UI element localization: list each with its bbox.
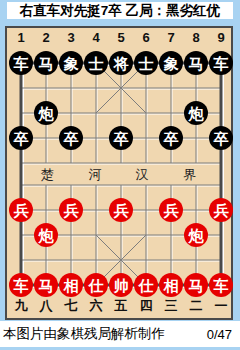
piece-black-horse: 马: [184, 51, 208, 75]
piece-red-cannon: 炮: [34, 223, 58, 247]
page-title: 右直车对先挺7卒 乙局：黑劣红优: [20, 2, 220, 20]
piece-black-advisor: 士: [134, 51, 158, 75]
piece-red-elephant: 相: [159, 273, 183, 297]
piece-black-soldier: 卒: [159, 126, 183, 150]
file-number: 三: [163, 298, 179, 314]
board-panel: 1 2 3 4 5 6 7 8 9 楚 河 汉 界: [5, 26, 233, 320]
footer-bar: 本图片由象棋残局解析制作 0/47: [0, 321, 240, 347]
move-counter: 0/47: [207, 327, 232, 342]
piece-black-chariot: 车: [9, 51, 33, 75]
file-number: 六: [88, 298, 104, 314]
piece-black-elephant: 象: [59, 51, 83, 75]
piece-red-advisor: 仕: [134, 273, 158, 297]
piece-red-soldier: 兵: [9, 198, 33, 222]
piece-red-chariot: 车: [9, 273, 33, 297]
bottom-file-numbers: 九 八 七 六 五 四 三 二 一: [13, 298, 229, 314]
piece-black-soldier: 卒: [109, 126, 133, 150]
file-number: 五: [113, 298, 129, 314]
file-number: 九: [13, 298, 29, 314]
piece-red-horse: 马: [34, 273, 58, 297]
river-label: 楚: [39, 167, 55, 183]
piece-black-chariot: 车: [209, 51, 233, 75]
title-bar: 右直车对先挺7卒 乙局：黑劣红优: [7, 2, 233, 19]
file-number: 七: [63, 298, 79, 314]
piece-black-soldier: 卒: [59, 126, 83, 150]
piece-red-general: 帅: [109, 273, 133, 297]
xiangqi-diagram: 右直车对先挺7卒 乙局：黑劣红优 1 2 3 4 5 6 7 8 9: [0, 0, 240, 350]
piece-red-chariot: 车: [209, 273, 233, 297]
piece-red-elephant: 相: [59, 273, 83, 297]
piece-black-cannon: 炮: [34, 101, 58, 125]
piece-red-soldier: 兵: [209, 198, 233, 222]
file-number: 一: [213, 298, 229, 314]
piece-black-horse: 马: [34, 51, 58, 75]
piece-red-cannon: 炮: [184, 223, 208, 247]
piece-black-cannon: 炮: [184, 101, 208, 125]
piece-red-soldier: 兵: [109, 198, 133, 222]
file-number: 四: [138, 298, 154, 314]
river-label: 河: [87, 167, 103, 183]
river-label: 汉: [134, 167, 150, 183]
piece-red-soldier: 兵: [159, 198, 183, 222]
piece-black-advisor: 士: [84, 51, 108, 75]
piece-black-elephant: 象: [159, 51, 183, 75]
file-number: 八: [38, 298, 54, 314]
piece-red-soldier: 兵: [59, 198, 83, 222]
file-number: 二: [188, 298, 204, 314]
piece-black-soldier: 卒: [209, 126, 233, 150]
piece-black-soldier: 卒: [9, 126, 33, 150]
piece-black-general: 将: [109, 51, 133, 75]
footer-credit: 本图片由象棋残局解析制作: [3, 325, 165, 343]
piece-red-advisor: 仕: [84, 273, 108, 297]
river-label: 界: [182, 167, 198, 183]
piece-red-horse: 马: [184, 273, 208, 297]
